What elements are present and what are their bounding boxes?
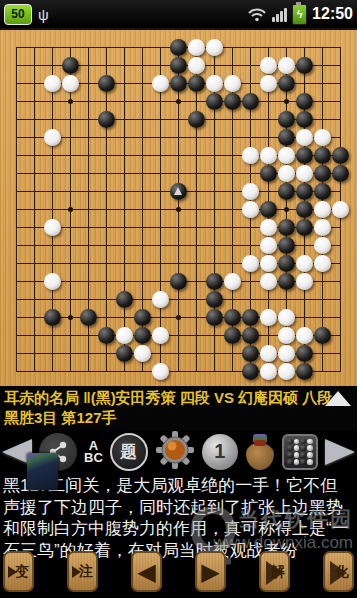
problem-button[interactable]: 题 [110,433,148,471]
black-stone [332,147,349,164]
black-stone [188,75,205,92]
black-stone [278,111,295,128]
black-stone [278,273,295,290]
white-stone [278,147,295,164]
signal-strength-icon [272,7,287,22]
black-stone [44,309,61,326]
battery-charging-icon: ϟ [292,4,307,25]
white-stone [260,147,277,164]
black-stone [134,309,151,326]
usb-icon: ψ [38,6,49,23]
next-arrow-button[interactable] [325,439,355,465]
floating-thumbnail [27,453,58,490]
black-stone [296,183,313,200]
black-stone [134,327,151,344]
black-stone [296,111,313,128]
white-stone [44,75,61,92]
white-stone [278,327,295,344]
black-stone [278,183,295,200]
prev-move-button[interactable]: ◀ [131,551,162,592]
black-stone [242,345,259,362]
black-stone [296,363,313,380]
black-stone [296,57,313,74]
black-stone [260,201,277,218]
move-number-button[interactable]: 1 [202,434,238,470]
solution-button[interactable]: 解 [259,551,290,592]
black-stone [170,273,187,290]
white-stone [314,255,331,272]
white-stone [260,363,277,380]
white-stone [152,327,169,344]
black-stone [116,291,133,308]
black-stone [206,273,223,290]
variation-button[interactable]: 变 [3,551,34,592]
white-stone [152,291,169,308]
black-stone [170,57,187,74]
white-stone [296,129,313,146]
variation-button-label: 变 [15,563,29,581]
white-stone [242,183,259,200]
black-stone [170,75,187,92]
right-arrow-icon: ▶ [201,558,219,586]
black-stone [62,57,79,74]
white-stone [278,57,295,74]
white-stone [296,255,313,272]
black-stone [98,111,115,128]
white-stone [296,165,313,182]
black-stone [296,93,313,110]
go-board[interactable] [0,28,357,386]
annotation-button-label: 注 [79,563,93,581]
black-stone [296,345,313,362]
transform-button-label: 化 [335,563,349,581]
white-stone [152,363,169,380]
black-stone [314,147,331,164]
battery-percent-widget: 50 [4,4,32,25]
black-stone [242,327,259,344]
white-stone [260,219,277,236]
pouch-ribbon-icon [254,440,266,446]
black-stone [170,183,187,200]
white-stone [260,309,277,326]
last-move-triangle-mark [174,187,182,195]
black-stone [170,39,187,56]
black-stone [260,165,277,182]
gear-icon [155,430,195,470]
white-stone [44,219,61,236]
annotation-button[interactable]: 注 [67,551,98,592]
black-stone [242,309,259,326]
black-stone [116,345,133,362]
white-stone [260,255,277,272]
white-stone [260,345,277,362]
black-stone [296,219,313,236]
black-stone [278,129,295,146]
white-stone [314,129,331,146]
white-stone [116,327,133,344]
clock: 12:50 [312,5,353,23]
black-stone [332,165,349,182]
black-stone [224,327,241,344]
star-point [284,99,289,104]
white-stone [242,201,259,218]
white-stone [260,75,277,92]
black-stone [224,309,241,326]
star-point [176,315,181,320]
black-stone [206,309,223,326]
white-stone [314,201,331,218]
white-stone [278,345,295,362]
left-arrow-icon: ◀ [137,558,155,586]
white-stone [206,39,223,56]
black-stone [296,201,313,218]
white-stone [278,363,295,380]
solution-button-label: 解 [271,563,285,581]
white-stone [296,327,313,344]
white-stone [188,39,205,56]
black-stone [224,93,241,110]
star-point [68,207,73,212]
game-title-bar: 耳赤的名局 ‖(黑)安田秀策 四段 VS 幻庵因硕 八段 黑胜3目 第127手 [0,386,357,430]
white-stone [44,129,61,146]
black-stone [242,363,259,380]
watermark: Q 当代软件园 www.downxia.com [213,505,353,553]
white-stone [188,57,205,74]
transform-button[interactable]: 化 [323,551,354,592]
star-point [176,99,181,104]
abc-letters-button[interactable]: ABC [84,440,103,464]
grid-line [16,299,341,300]
white-stone [260,273,277,290]
black-stone [206,93,223,110]
white-stone [278,165,295,182]
white-stone [332,201,349,218]
coin-pouch-button[interactable] [245,434,275,470]
black-stone [278,219,295,236]
black-stone [206,291,223,308]
black-stone [80,309,97,326]
star-point [68,315,73,320]
black-stone [296,147,313,164]
white-stone [62,75,79,92]
wifi-icon [247,6,267,22]
white-stone [260,237,277,254]
black-stone [278,75,295,92]
grid-line [196,47,197,372]
black-stone [98,327,115,344]
collapse-triangle-button[interactable] [325,391,351,406]
pouch-body-icon [246,443,274,470]
white-stone [242,147,259,164]
white-stone [242,255,259,272]
board-grid-button[interactable] [282,434,318,470]
white-stone [296,273,313,290]
black-stone [278,255,295,272]
android-status-bar: 50 ψ ϟ 12:50 [0,0,357,28]
white-stone [260,57,277,74]
star-point [176,207,181,212]
game-title: 耳赤的名局 ‖(黑)安田秀策 四段 VS 幻庵因硕 八段 黑胜3目 第127手 [4,388,334,428]
star-point [68,99,73,104]
black-stone [188,111,205,128]
star-point [284,207,289,212]
white-stone [206,75,223,92]
white-stone [314,219,331,236]
white-stone [314,237,331,254]
settings-gear-button[interactable] [155,430,195,474]
black-stone [314,327,331,344]
white-stone [44,273,61,290]
white-stone [134,345,151,362]
white-stone [278,309,295,326]
black-stone [314,183,331,200]
black-stone [98,75,115,92]
white-stone [224,75,241,92]
black-stone [242,93,259,110]
bottom-button-bar: 变 注 ◀ ▶ 解 化 [0,551,357,595]
app-screen: 50 ψ ϟ 12:50 耳赤的名局 ‖(黑)安田秀策 四段 VS 幻庵因硕 八… [0,0,357,598]
black-stone [278,237,295,254]
next-move-button[interactable]: ▶ [195,551,226,592]
black-stone [314,165,331,182]
white-stone [224,273,241,290]
white-stone [152,75,169,92]
